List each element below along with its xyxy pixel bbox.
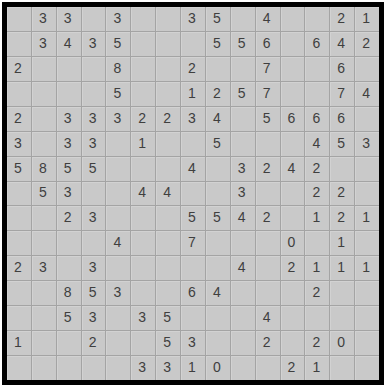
cell-r6c13[interactable]: 4 <box>305 132 329 156</box>
puzzle-frame: 3333542134355566422827651257742333223456… <box>2 2 384 385</box>
cell-r1c4[interactable] <box>82 7 106 31</box>
cell-r2c7[interactable] <box>156 32 180 56</box>
cell-r5c13[interactable]: 6 <box>305 107 329 131</box>
clue-digit: 4 <box>263 11 271 25</box>
cell-r15c5[interactable] <box>106 356 130 380</box>
cell-r8c5[interactable] <box>106 182 130 206</box>
clue-digit: 3 <box>238 185 246 199</box>
cell-r13c6[interactable]: 3 <box>131 306 155 330</box>
cell-r1c10[interactable] <box>231 7 255 31</box>
cell-r1c1[interactable] <box>7 7 31 31</box>
cell-r13c4[interactable]: 3 <box>82 306 106 330</box>
cell-r15c3[interactable] <box>57 356 81 380</box>
clue-digit: 5 <box>14 161 22 175</box>
clue-digit: 5 <box>263 111 271 125</box>
clue-digit: 3 <box>138 360 146 374</box>
clue-digit: 1 <box>362 210 370 224</box>
cell-r9c5[interactable] <box>106 206 130 230</box>
cell-r5c12[interactable]: 6 <box>281 107 305 131</box>
cell-r9c9[interactable]: 5 <box>206 206 230 230</box>
clue-digit: 3 <box>64 11 72 25</box>
clue-digit: 2 <box>14 111 22 125</box>
clue-digit: 5 <box>213 136 221 150</box>
cell-r7c14[interactable] <box>330 157 354 181</box>
cell-r8c1[interactable] <box>7 182 31 206</box>
clue-digit: 8 <box>64 285 72 299</box>
cell-r5c1[interactable]: 2 <box>7 107 31 131</box>
cell-r8c9[interactable] <box>206 182 230 206</box>
cell-r6c15[interactable]: 3 <box>355 132 379 156</box>
cell-r11c12[interactable]: 2 <box>281 256 305 280</box>
cell-r9c12[interactable] <box>281 206 305 230</box>
clue-digit: 2 <box>312 185 320 199</box>
cell-r11c13[interactable]: 1 <box>305 256 329 280</box>
cell-r6c4[interactable]: 3 <box>82 132 106 156</box>
clue-digit: 5 <box>89 161 97 175</box>
cell-r2c13[interactable]: 6 <box>305 32 329 56</box>
cell-r14c7[interactable]: 5 <box>156 331 180 355</box>
cell-r12c9[interactable]: 4 <box>206 281 230 305</box>
cell-r8c11[interactable] <box>256 182 280 206</box>
cell-r12c2[interactable] <box>32 281 56 305</box>
cell-r1c7[interactable] <box>156 7 180 31</box>
clue-digit: 6 <box>312 36 320 50</box>
clue-digit: 4 <box>213 285 221 299</box>
cell-r13c11[interactable]: 4 <box>256 306 280 330</box>
cell-r14c13[interactable]: 2 <box>305 331 329 355</box>
cell-r12c8[interactable]: 6 <box>181 281 205 305</box>
cell-r5c7[interactable]: 2 <box>156 107 180 131</box>
cell-r11c10[interactable]: 4 <box>231 256 255 280</box>
cell-r2c10[interactable]: 5 <box>231 32 255 56</box>
clue-digit: 5 <box>163 335 171 349</box>
cell-r7c3[interactable]: 5 <box>57 157 81 181</box>
clue-digit: 6 <box>337 61 345 75</box>
cell-r8c10[interactable]: 3 <box>231 182 255 206</box>
clue-digit: 2 <box>312 161 320 175</box>
clue-digit: 2 <box>288 360 296 374</box>
cell-r12c11[interactable] <box>256 281 280 305</box>
clue-digit: 4 <box>362 86 370 100</box>
cell-r12c10[interactable] <box>231 281 255 305</box>
cell-r8c8[interactable] <box>181 182 205 206</box>
cell-r10c13[interactable] <box>305 231 329 255</box>
cell-r14c8[interactable]: 3 <box>181 331 205 355</box>
cell-r7c2[interactable]: 8 <box>32 157 56 181</box>
cell-r3c7[interactable] <box>156 57 180 81</box>
cell-r15c11[interactable] <box>256 356 280 380</box>
cell-r12c1[interactable] <box>7 281 31 305</box>
cell-r6c9[interactable]: 5 <box>206 132 230 156</box>
cell-r13c7[interactable]: 5 <box>156 306 180 330</box>
cell-r6c14[interactable]: 5 <box>330 132 354 156</box>
cell-r4c11[interactable]: 7 <box>256 82 280 106</box>
cell-r9c14[interactable]: 2 <box>330 206 354 230</box>
cell-r15c15[interactable] <box>355 356 379 380</box>
cell-r4c15[interactable]: 4 <box>355 82 379 106</box>
cell-r3c9[interactable] <box>206 57 230 81</box>
cell-r9c1[interactable] <box>7 206 31 230</box>
cell-r4c2[interactable] <box>32 82 56 106</box>
cell-r15c14[interactable] <box>330 356 354 380</box>
cell-r6c12[interactable] <box>281 132 305 156</box>
cell-r2c3[interactable]: 4 <box>57 32 81 56</box>
clue-digit: 3 <box>89 111 97 125</box>
cell-r1c15[interactable]: 1 <box>355 7 379 31</box>
clue-digit: 1 <box>188 86 196 100</box>
clue-digit: 3 <box>89 36 97 50</box>
cell-r15c13[interactable]: 1 <box>305 356 329 380</box>
cell-r1c5[interactable]: 3 <box>106 7 130 31</box>
cell-r15c6[interactable]: 3 <box>131 356 155 380</box>
cell-r11c11[interactable] <box>256 256 280 280</box>
clue-digit: 7 <box>337 86 345 100</box>
cell-r4c8[interactable]: 1 <box>181 82 205 106</box>
cell-r13c10[interactable] <box>231 306 255 330</box>
cell-r5c4[interactable]: 3 <box>82 107 106 131</box>
cell-r9c11[interactable]: 2 <box>256 206 280 230</box>
clue-digit: 6 <box>337 111 345 125</box>
cell-r7c13[interactable]: 2 <box>305 157 329 181</box>
clue-digit: 5 <box>213 210 221 224</box>
clue-digit: 3 <box>362 136 370 150</box>
cell-r14c15[interactable] <box>355 331 379 355</box>
cell-r9c6[interactable] <box>131 206 155 230</box>
clue-digit: 2 <box>89 335 97 349</box>
cell-r14c10[interactable] <box>231 331 255 355</box>
cell-r2c6[interactable] <box>131 32 155 56</box>
clue-digit: 3 <box>64 111 72 125</box>
clue-digit: 7 <box>188 235 196 249</box>
cell-r9c10[interactable]: 4 <box>231 206 255 230</box>
cell-r5c11[interactable]: 5 <box>256 107 280 131</box>
cell-r14c11[interactable]: 2 <box>256 331 280 355</box>
clue-digit: 5 <box>113 86 121 100</box>
cell-r1c12[interactable] <box>281 7 305 31</box>
clue-digit: 3 <box>64 185 72 199</box>
cell-r7c9[interactable] <box>206 157 230 181</box>
cell-r13c3[interactable]: 5 <box>57 306 81 330</box>
cell-r4c12[interactable] <box>281 82 305 106</box>
cell-r6c10[interactable] <box>231 132 255 156</box>
cell-r5c8[interactable]: 3 <box>181 107 205 131</box>
cell-r5c3[interactable]: 3 <box>57 107 81 131</box>
clue-digit: 2 <box>163 111 171 125</box>
cell-r10c4[interactable] <box>82 231 106 255</box>
cell-r8c15[interactable] <box>355 182 379 206</box>
cell-r12c3[interactable]: 8 <box>57 281 81 305</box>
cell-r9c2[interactable] <box>32 206 56 230</box>
clue-digit: 5 <box>64 310 72 324</box>
clue-digit: 3 <box>188 11 196 25</box>
cell-r15c4[interactable] <box>82 356 106 380</box>
cell-r15c7[interactable]: 3 <box>156 356 180 380</box>
clue-digit: 5 <box>213 36 221 50</box>
cell-r14c2[interactable] <box>32 331 56 355</box>
cell-r6c2[interactable] <box>32 132 56 156</box>
cell-r6c3[interactable]: 3 <box>57 132 81 156</box>
cell-r11c3[interactable] <box>57 256 81 280</box>
cell-r3c1[interactable]: 2 <box>7 57 31 81</box>
clue-digit: 3 <box>138 310 146 324</box>
clue-digit: 4 <box>213 111 221 125</box>
cell-r8c6[interactable]: 4 <box>131 182 155 206</box>
cell-r4c3[interactable] <box>57 82 81 106</box>
cell-r1c14[interactable]: 2 <box>330 7 354 31</box>
cell-r2c11[interactable]: 6 <box>256 32 280 56</box>
cell-r12c5[interactable]: 3 <box>106 281 130 305</box>
cell-r13c1[interactable] <box>7 306 31 330</box>
cell-r3c4[interactable] <box>82 57 106 81</box>
cell-r10c11[interactable] <box>256 231 280 255</box>
cell-r6c5[interactable] <box>106 132 130 156</box>
cell-r11c6[interactable] <box>131 256 155 280</box>
cell-r15c8[interactable]: 1 <box>181 356 205 380</box>
cell-r10c10[interactable] <box>231 231 255 255</box>
cell-r8c14[interactable]: 2 <box>330 182 354 206</box>
cell-r9c8[interactable]: 5 <box>181 206 205 230</box>
cell-r10c14[interactable]: 1 <box>330 231 354 255</box>
cell-r6c7[interactable] <box>156 132 180 156</box>
cell-r3c15[interactable] <box>355 57 379 81</box>
cell-r8c4[interactable] <box>82 182 106 206</box>
clue-digit: 4 <box>263 310 271 324</box>
cell-r10c15[interactable] <box>355 231 379 255</box>
cell-r15c9[interactable]: 0 <box>206 356 230 380</box>
clue-digit: 3 <box>39 11 47 25</box>
cell-r12c4[interactable]: 5 <box>82 281 106 305</box>
cell-r1c11[interactable]: 4 <box>256 7 280 31</box>
cell-r5c2[interactable] <box>32 107 56 131</box>
clue-digit: 6 <box>288 111 296 125</box>
cell-r12c7[interactable] <box>156 281 180 305</box>
cell-r5c14[interactable]: 6 <box>330 107 354 131</box>
cell-r2c14[interactable]: 4 <box>330 32 354 56</box>
clue-digit: 8 <box>113 61 121 75</box>
cell-r8c7[interactable]: 4 <box>156 182 180 206</box>
cell-r7c4[interactable]: 5 <box>82 157 106 181</box>
cell-r7c6[interactable] <box>131 157 155 181</box>
clue-digit: 3 <box>238 161 246 175</box>
cell-r9c15[interactable]: 1 <box>355 206 379 230</box>
cell-r9c3[interactable]: 2 <box>57 206 81 230</box>
cell-r14c12[interactable] <box>281 331 305 355</box>
cell-r7c10[interactable]: 3 <box>231 157 255 181</box>
clue-digit: 1 <box>138 136 146 150</box>
cell-r14c3[interactable] <box>57 331 81 355</box>
clue-digit: 5 <box>163 310 171 324</box>
clue-digit: 3 <box>14 136 22 150</box>
clue-digit: 3 <box>89 310 97 324</box>
cell-r6c6[interactable]: 1 <box>131 132 155 156</box>
cell-r13c14[interactable] <box>330 306 354 330</box>
cell-r13c15[interactable] <box>355 306 379 330</box>
cell-r5c5[interactable]: 3 <box>106 107 130 131</box>
cell-r4c5[interactable]: 5 <box>106 82 130 106</box>
cell-r10c12[interactable]: 0 <box>281 231 305 255</box>
cell-r11c7[interactable] <box>156 256 180 280</box>
cell-r14c5[interactable] <box>106 331 130 355</box>
cell-r3c5[interactable]: 8 <box>106 57 130 81</box>
clue-digit: 2 <box>213 86 221 100</box>
cell-r2c2[interactable]: 3 <box>32 32 56 56</box>
clue-digit: 5 <box>188 210 196 224</box>
cell-r3c6[interactable] <box>131 57 155 81</box>
cell-r14c14[interactable]: 0 <box>330 331 354 355</box>
cell-r4c10[interactable]: 5 <box>231 82 255 106</box>
cell-r11c1[interactable]: 2 <box>7 256 31 280</box>
cell-r10c5[interactable]: 4 <box>106 231 130 255</box>
cell-r3c11[interactable]: 7 <box>256 57 280 81</box>
cell-r11c14[interactable]: 1 <box>330 256 354 280</box>
cell-r1c8[interactable]: 3 <box>181 7 205 31</box>
cell-r10c1[interactable] <box>7 231 31 255</box>
cell-r7c5[interactable] <box>106 157 130 181</box>
cell-r1c3[interactable]: 3 <box>57 7 81 31</box>
cell-r8c3[interactable]: 3 <box>57 182 81 206</box>
cell-r4c13[interactable] <box>305 82 329 106</box>
clue-digit: 1 <box>362 260 370 274</box>
clue-digit: 0 <box>288 235 296 249</box>
clue-digit: 5 <box>39 185 47 199</box>
clue-digit: 5 <box>238 36 246 50</box>
cell-r10c8[interactable]: 7 <box>181 231 205 255</box>
cell-r6c11[interactable] <box>256 132 280 156</box>
cell-r15c12[interactable]: 2 <box>281 356 305 380</box>
cell-r6c8[interactable] <box>181 132 205 156</box>
cell-r11c5[interactable] <box>106 256 130 280</box>
cell-r2c12[interactable] <box>281 32 305 56</box>
cell-r7c7[interactable] <box>156 157 180 181</box>
clue-digit: 2 <box>312 285 320 299</box>
clue-digit: 5 <box>89 285 97 299</box>
cell-r7c15[interactable] <box>355 157 379 181</box>
clue-digit: 2 <box>188 61 196 75</box>
cell-r3c8[interactable]: 2 <box>181 57 205 81</box>
fill-a-pix-board: 3333542134355566422827651257742333223456… <box>7 7 379 380</box>
clue-digit: 1 <box>14 335 22 349</box>
cell-r7c11[interactable]: 2 <box>256 157 280 181</box>
cell-r4c7[interactable] <box>156 82 180 106</box>
cell-r5c6[interactable]: 2 <box>131 107 155 131</box>
clue-digit: 1 <box>337 260 345 274</box>
cell-r10c3[interactable] <box>57 231 81 255</box>
cell-r13c12[interactable] <box>281 306 305 330</box>
cell-r12c15[interactable] <box>355 281 379 305</box>
clue-digit: 2 <box>263 161 271 175</box>
clue-digit: 6 <box>188 285 196 299</box>
cell-r15c10[interactable] <box>231 356 255 380</box>
cell-r13c13[interactable] <box>305 306 329 330</box>
cell-r8c12[interactable] <box>281 182 305 206</box>
cell-r14c9[interactable] <box>206 331 230 355</box>
cell-r7c8[interactable]: 4 <box>181 157 205 181</box>
cell-r13c8[interactable] <box>181 306 205 330</box>
cell-r4c9[interactable]: 2 <box>206 82 230 106</box>
cell-r12c14[interactable] <box>330 281 354 305</box>
cell-r12c12[interactable] <box>281 281 305 305</box>
cell-r9c7[interactable] <box>156 206 180 230</box>
cell-r5c9[interactable]: 4 <box>206 107 230 131</box>
cell-r13c2[interactable] <box>32 306 56 330</box>
clue-digit: 3 <box>64 136 72 150</box>
clue-digit: 2 <box>14 61 22 75</box>
cell-r4c6[interactable] <box>131 82 155 106</box>
cell-r12c13[interactable]: 2 <box>305 281 329 305</box>
cell-r11c8[interactable] <box>181 256 205 280</box>
cell-r1c6[interactable] <box>131 7 155 31</box>
cell-r11c4[interactable]: 3 <box>82 256 106 280</box>
cell-r9c13[interactable]: 1 <box>305 206 329 230</box>
cell-r10c7[interactable] <box>156 231 180 255</box>
cell-r10c2[interactable] <box>32 231 56 255</box>
clue-digit: 5 <box>238 86 246 100</box>
clue-digit: 4 <box>238 260 246 274</box>
cell-r10c6[interactable] <box>131 231 155 255</box>
clue-digit: 6 <box>263 36 271 50</box>
cell-r3c14[interactable]: 6 <box>330 57 354 81</box>
cell-r13c9[interactable] <box>206 306 230 330</box>
cell-r14c6[interactable] <box>131 331 155 355</box>
cell-r2c5[interactable]: 5 <box>106 32 130 56</box>
cell-r7c1[interactable]: 5 <box>7 157 31 181</box>
cell-r3c3[interactable] <box>57 57 81 81</box>
cell-r9c4[interactable]: 3 <box>82 206 106 230</box>
cell-r15c2[interactable] <box>32 356 56 380</box>
cell-r1c2[interactable]: 3 <box>32 7 56 31</box>
cell-r11c9[interactable] <box>206 256 230 280</box>
cell-r4c4[interactable] <box>82 82 106 106</box>
clue-digit: 3 <box>89 260 97 274</box>
cell-r2c15[interactable]: 2 <box>355 32 379 56</box>
cell-r2c9[interactable]: 5 <box>206 32 230 56</box>
cell-r12c6[interactable] <box>131 281 155 305</box>
cell-r3c10[interactable] <box>231 57 255 81</box>
clue-digit: 5 <box>113 36 121 50</box>
cell-r1c9[interactable]: 5 <box>206 7 230 31</box>
cell-r4c1[interactable] <box>7 82 31 106</box>
cell-r8c13[interactable]: 2 <box>305 182 329 206</box>
cell-r3c13[interactable] <box>305 57 329 81</box>
clue-digit: 3 <box>113 111 121 125</box>
cell-r3c12[interactable] <box>281 57 305 81</box>
cell-r3c2[interactable] <box>32 57 56 81</box>
cell-r7c12[interactable]: 4 <box>281 157 305 181</box>
cell-r5c10[interactable] <box>231 107 255 131</box>
cell-r10c9[interactable] <box>206 231 230 255</box>
cell-r13c5[interactable] <box>106 306 130 330</box>
cell-r5c15[interactable] <box>355 107 379 131</box>
cell-r11c15[interactable]: 1 <box>355 256 379 280</box>
clue-digit: 2 <box>263 335 271 349</box>
cell-r2c4[interactable]: 3 <box>82 32 106 56</box>
cell-r11c2[interactable]: 3 <box>32 256 56 280</box>
cell-r2c8[interactable] <box>181 32 205 56</box>
cell-r14c1[interactable]: 1 <box>7 331 31 355</box>
clue-digit: 4 <box>188 161 196 175</box>
clue-digit: 2 <box>312 335 320 349</box>
cell-r14c4[interactable]: 2 <box>82 331 106 355</box>
cell-r4c14[interactable]: 7 <box>330 82 354 106</box>
cell-r8c2[interactable]: 5 <box>32 182 56 206</box>
clue-digit: 2 <box>263 210 271 224</box>
cell-r15c1[interactable] <box>7 356 31 380</box>
cell-r2c1[interactable] <box>7 32 31 56</box>
clue-digit: 3 <box>113 11 121 25</box>
cell-r1c13[interactable] <box>305 7 329 31</box>
clue-digit: 7 <box>263 61 271 75</box>
cell-r6c1[interactable]: 3 <box>7 132 31 156</box>
